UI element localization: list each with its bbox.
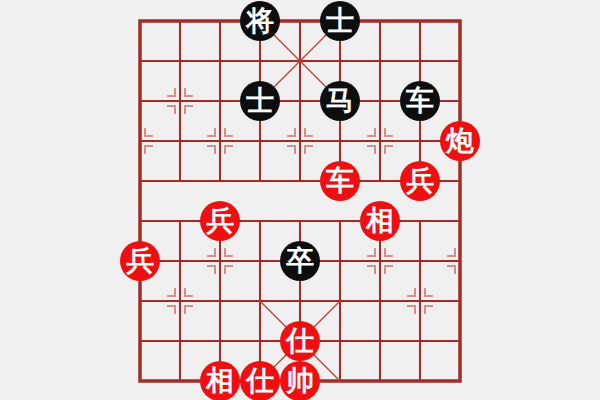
piece-black-advisor[interactable]: 士 xyxy=(320,1,360,41)
piece-red-pawn[interactable]: 兵 xyxy=(400,161,440,201)
piece-red-pawn[interactable]: 兵 xyxy=(120,241,160,281)
piece-red-chariot[interactable]: 车 xyxy=(320,161,360,201)
piece-red-advisor[interactable]: 仕 xyxy=(240,361,280,400)
piece-red-elephant[interactable]: 相 xyxy=(200,361,240,400)
pieces-layer: 将士士马车炮车兵兵相兵卒仕相仕帅 xyxy=(0,0,600,400)
piece-red-cannon[interactable]: 炮 xyxy=(440,121,480,161)
piece-black-pawn[interactable]: 卒 xyxy=(280,241,320,281)
piece-red-general[interactable]: 帅 xyxy=(280,361,320,400)
piece-black-advisor[interactable]: 士 xyxy=(240,81,280,121)
piece-red-advisor[interactable]: 仕 xyxy=(280,321,320,361)
piece-black-general[interactable]: 将 xyxy=(240,1,280,41)
piece-black-horse[interactable]: 马 xyxy=(320,81,360,121)
xiangqi-app: 将士士马车炮车兵兵相兵卒仕相仕帅 xyxy=(0,0,600,400)
piece-red-elephant[interactable]: 相 xyxy=(360,201,400,241)
piece-red-pawn[interactable]: 兵 xyxy=(200,201,240,241)
piece-black-chariot[interactable]: 车 xyxy=(400,81,440,121)
